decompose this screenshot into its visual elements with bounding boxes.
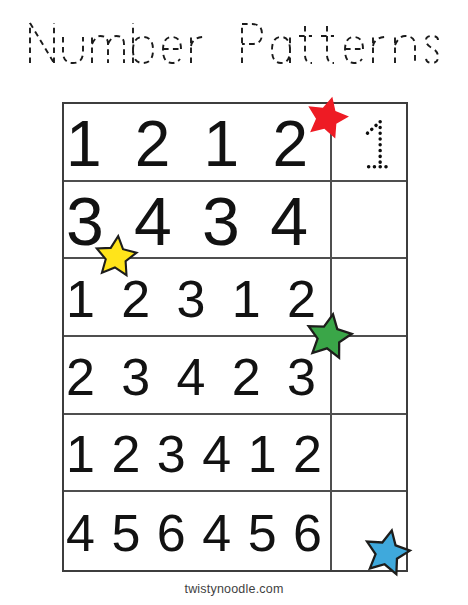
pattern-row-1: 1 2 1 2 — [64, 104, 406, 182]
pattern-sequence-4: 2 3 4 2 3 — [64, 337, 330, 413]
pattern-number: 4 — [202, 507, 231, 559]
traced-answer-digit — [362, 117, 396, 169]
pattern-number: 2 — [66, 351, 95, 403]
pattern-number: 4 — [66, 507, 95, 559]
pattern-number: 2 — [121, 273, 150, 325]
site-credit: twistynoodle.com — [0, 582, 468, 596]
pattern-row-4: 2 3 4 2 3 — [64, 337, 406, 415]
pattern-sequence-6: 4 5 6 4 5 6 — [64, 492, 330, 570]
yellow-star-icon — [93, 234, 139, 280]
pattern-number: 4 — [177, 351, 206, 403]
pattern-number: 3 — [121, 351, 150, 403]
worksheet-page: 1 2 1 2 3 4 3 4 1 2 3 1 — [0, 0, 468, 605]
pattern-sequence-1: 1 2 1 2 — [64, 104, 330, 180]
pattern-number: 5 — [111, 507, 140, 559]
pattern-number: 1 — [232, 273, 261, 325]
answer-cell-5[interactable] — [330, 415, 406, 491]
pattern-number: 3 — [202, 187, 240, 255]
page-title — [27, 21, 441, 69]
pattern-number: 6 — [157, 507, 186, 559]
pattern-number: 1 — [204, 112, 240, 176]
pattern-sequence-5: 1 2 3 4 1 2 — [64, 415, 330, 491]
blue-star-icon — [360, 526, 415, 581]
pattern-number: 2 — [111, 428, 140, 480]
pattern-number: 1 — [248, 428, 277, 480]
pattern-number: 4 — [202, 428, 231, 480]
pattern-number: 3 — [287, 351, 316, 403]
pattern-row-5: 1 2 3 4 1 2 — [64, 415, 406, 493]
pattern-number: 3 — [177, 273, 206, 325]
pattern-number: 2 — [293, 428, 322, 480]
green-star-icon — [302, 310, 355, 363]
pattern-number: 4 — [134, 187, 172, 255]
pattern-row-6: 4 5 6 4 5 6 — [64, 492, 406, 570]
answer-cell-2[interactable] — [330, 182, 406, 258]
pattern-number: 1 — [66, 428, 95, 480]
pattern-number: 2 — [135, 112, 171, 176]
pattern-number: 6 — [293, 507, 322, 559]
pattern-number: 3 — [157, 428, 186, 480]
pattern-number: 4 — [270, 187, 308, 255]
pattern-number: 1 — [66, 273, 95, 325]
pattern-number: 5 — [248, 507, 277, 559]
pattern-number: 1 — [66, 112, 102, 176]
pattern-number: 2 — [232, 351, 261, 403]
pattern-table: 1 2 1 2 3 4 3 4 1 2 3 1 — [62, 102, 408, 572]
